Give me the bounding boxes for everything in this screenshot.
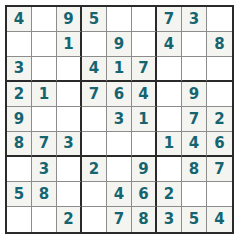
cell-r8c6: 6 xyxy=(132,182,157,207)
cell-r2c3: 1 xyxy=(57,32,82,57)
cell-r7c4: 2 xyxy=(82,157,107,182)
cell-r7c9: 7 xyxy=(207,157,232,182)
cell-r3c7[interactable] xyxy=(157,57,182,82)
cell-r7c2: 3 xyxy=(32,157,57,182)
cell-r3c3[interactable] xyxy=(57,57,82,82)
cell-r7c7[interactable] xyxy=(157,157,182,182)
cell-r9c2[interactable] xyxy=(32,207,57,232)
cell-r3c8[interactable] xyxy=(182,57,207,82)
cell-r6c8: 4 xyxy=(182,132,207,157)
cell-r2c9: 8 xyxy=(207,32,232,57)
cell-r8c8[interactable] xyxy=(182,182,207,207)
cell-r7c5[interactable] xyxy=(107,157,132,182)
cell-r9c9: 4 xyxy=(207,207,232,232)
cell-r2c2[interactable] xyxy=(32,32,57,57)
cell-r2c1[interactable] xyxy=(7,32,32,57)
cell-r9c1[interactable] xyxy=(7,207,32,232)
cell-r3c2[interactable] xyxy=(32,57,57,82)
cell-r8c4[interactable] xyxy=(82,182,107,207)
cell-r7c3[interactable] xyxy=(57,157,82,182)
cell-r5c5: 3 xyxy=(107,107,132,132)
cell-r4c3[interactable] xyxy=(57,82,82,107)
cell-r6c1: 8 xyxy=(7,132,32,157)
cell-r2c5: 9 xyxy=(107,32,132,57)
cell-r5c3[interactable] xyxy=(57,107,82,132)
cell-r4c1: 2 xyxy=(7,82,32,107)
sudoku-board: 4957319483417217649931728731463298758462… xyxy=(5,5,234,234)
cell-r1c5[interactable] xyxy=(107,7,132,32)
cell-r1c9[interactable] xyxy=(207,7,232,32)
cell-r5c4[interactable] xyxy=(82,107,107,132)
cell-r6c6[interactable] xyxy=(132,132,157,157)
cell-r4c9[interactable] xyxy=(207,82,232,107)
cell-r8c1: 5 xyxy=(7,182,32,207)
cell-r5c8: 7 xyxy=(182,107,207,132)
cell-r2c4[interactable] xyxy=(82,32,107,57)
cell-r7c8: 8 xyxy=(182,157,207,182)
cell-r4c7[interactable] xyxy=(157,82,182,107)
cell-r4c5: 6 xyxy=(107,82,132,107)
cell-r8c9[interactable] xyxy=(207,182,232,207)
cell-r2c6[interactable] xyxy=(132,32,157,57)
cell-r2c7: 4 xyxy=(157,32,182,57)
cell-r3c5: 1 xyxy=(107,57,132,82)
cell-r1c1: 4 xyxy=(7,7,32,32)
cell-r9c3: 2 xyxy=(57,207,82,232)
cell-r6c3: 3 xyxy=(57,132,82,157)
cell-r6c9: 6 xyxy=(207,132,232,157)
cell-r3c1: 3 xyxy=(7,57,32,82)
cell-r4c2: 1 xyxy=(32,82,57,107)
cell-r6c2: 7 xyxy=(32,132,57,157)
cell-r1c7: 7 xyxy=(157,7,182,32)
cell-r6c5[interactable] xyxy=(107,132,132,157)
cell-r9c5: 7 xyxy=(107,207,132,232)
cell-r8c7: 2 xyxy=(157,182,182,207)
cell-r1c3: 9 xyxy=(57,7,82,32)
cell-r5c6: 1 xyxy=(132,107,157,132)
cell-r6c7: 1 xyxy=(157,132,182,157)
cell-r8c5: 4 xyxy=(107,182,132,207)
cell-r4c8: 9 xyxy=(182,82,207,107)
cell-r4c6: 4 xyxy=(132,82,157,107)
cell-r9c8: 5 xyxy=(182,207,207,232)
cell-r5c9: 2 xyxy=(207,107,232,132)
cell-r3c6: 7 xyxy=(132,57,157,82)
cell-r9c6: 8 xyxy=(132,207,157,232)
cell-r2c8[interactable] xyxy=(182,32,207,57)
cell-r9c4[interactable] xyxy=(82,207,107,232)
cell-r1c8: 3 xyxy=(182,7,207,32)
cell-r3c9[interactable] xyxy=(207,57,232,82)
cell-r7c6: 9 xyxy=(132,157,157,182)
cell-r7c1[interactable] xyxy=(7,157,32,182)
cell-r3c4: 4 xyxy=(82,57,107,82)
cell-r1c4: 5 xyxy=(82,7,107,32)
cell-r1c2[interactable] xyxy=(32,7,57,32)
cell-r9c7: 3 xyxy=(157,207,182,232)
cell-r5c1: 9 xyxy=(7,107,32,132)
cell-r5c2[interactable] xyxy=(32,107,57,132)
cell-r8c2: 8 xyxy=(32,182,57,207)
cell-r8c3[interactable] xyxy=(57,182,82,207)
cell-r4c4: 7 xyxy=(82,82,107,107)
cell-r6c4[interactable] xyxy=(82,132,107,157)
cell-r1c6[interactable] xyxy=(132,7,157,32)
cell-r5c7[interactable] xyxy=(157,107,182,132)
